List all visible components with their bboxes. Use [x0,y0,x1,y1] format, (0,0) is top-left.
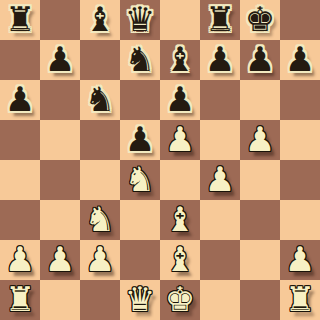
square-e1[interactable]: ♚ [160,280,200,320]
piece-black-pawn[interactable]: ♟ [245,39,275,79]
square-g8[interactable]: ♚ [240,0,280,40]
square-e3[interactable]: ♝ [160,200,200,240]
square-b2[interactable]: ♟ [40,240,80,280]
piece-black-knight[interactable]: ♞ [125,39,155,79]
piece-white-pawn[interactable]: ♟ [205,159,235,199]
square-c6[interactable]: ♞ [80,80,120,120]
piece-black-pawn[interactable]: ♟ [165,79,195,119]
square-e8[interactable] [160,0,200,40]
square-a7[interactable] [0,40,40,80]
square-h5[interactable] [280,120,320,160]
square-e6[interactable]: ♟ [160,80,200,120]
square-f5[interactable] [200,120,240,160]
square-c3[interactable]: ♞ [80,200,120,240]
piece-black-pawn[interactable]: ♟ [285,39,315,79]
piece-white-pawn[interactable]: ♟ [45,239,75,279]
square-h6[interactable] [280,80,320,120]
square-b6[interactable] [40,80,80,120]
square-e2[interactable]: ♝ [160,240,200,280]
square-g4[interactable] [240,160,280,200]
square-d2[interactable] [120,240,160,280]
chess-board: ♜♝♛♜♚♟♞♝♟♟♟♟♞♟♟♟♟♞♟♞♝♟♟♟♝♟♜♛♚♜ [0,0,320,320]
square-f1[interactable] [200,280,240,320]
piece-white-bishop[interactable]: ♝ [165,199,195,239]
square-h7[interactable]: ♟ [280,40,320,80]
square-f8[interactable]: ♜ [200,0,240,40]
square-f3[interactable] [200,200,240,240]
piece-black-knight[interactable]: ♞ [85,79,115,119]
piece-black-king[interactable]: ♚ [245,0,275,39]
square-g2[interactable] [240,240,280,280]
square-g6[interactable] [240,80,280,120]
square-g3[interactable] [240,200,280,240]
square-b1[interactable] [40,280,80,320]
square-a1[interactable]: ♜ [0,280,40,320]
square-h4[interactable] [280,160,320,200]
piece-black-rook[interactable]: ♜ [5,0,35,39]
square-c7[interactable] [80,40,120,80]
square-f7[interactable]: ♟ [200,40,240,80]
square-a6[interactable]: ♟ [0,80,40,120]
square-d3[interactable] [120,200,160,240]
square-g1[interactable] [240,280,280,320]
square-h1[interactable]: ♜ [280,280,320,320]
piece-white-pawn[interactable]: ♟ [285,239,315,279]
piece-white-knight[interactable]: ♞ [85,199,115,239]
square-e7[interactable]: ♝ [160,40,200,80]
square-d1[interactable]: ♛ [120,280,160,320]
square-h8[interactable] [280,0,320,40]
piece-white-king[interactable]: ♚ [165,279,195,319]
square-h3[interactable] [280,200,320,240]
square-d7[interactable]: ♞ [120,40,160,80]
square-c4[interactable] [80,160,120,200]
piece-white-pawn[interactable]: ♟ [5,239,35,279]
square-f6[interactable] [200,80,240,120]
square-a5[interactable] [0,120,40,160]
square-h2[interactable]: ♟ [280,240,320,280]
square-g7[interactable]: ♟ [240,40,280,80]
square-c1[interactable] [80,280,120,320]
square-c2[interactable]: ♟ [80,240,120,280]
piece-black-bishop[interactable]: ♝ [165,39,195,79]
square-b5[interactable] [40,120,80,160]
square-a4[interactable] [0,160,40,200]
square-d6[interactable] [120,80,160,120]
square-c8[interactable]: ♝ [80,0,120,40]
square-e5[interactable]: ♟ [160,120,200,160]
square-d4[interactable]: ♞ [120,160,160,200]
piece-black-pawn[interactable]: ♟ [5,79,35,119]
piece-white-rook[interactable]: ♜ [285,279,315,319]
square-b7[interactable]: ♟ [40,40,80,80]
piece-black-pawn[interactable]: ♟ [125,119,155,159]
square-d8[interactable]: ♛ [120,0,160,40]
piece-black-pawn[interactable]: ♟ [205,39,235,79]
square-g5[interactable]: ♟ [240,120,280,160]
square-b4[interactable] [40,160,80,200]
square-b3[interactable] [40,200,80,240]
piece-black-rook[interactable]: ♜ [205,0,235,39]
square-c5[interactable] [80,120,120,160]
square-b8[interactable] [40,0,80,40]
piece-white-pawn[interactable]: ♟ [245,119,275,159]
piece-white-rook[interactable]: ♜ [5,279,35,319]
piece-white-bishop[interactable]: ♝ [165,239,195,279]
piece-white-pawn[interactable]: ♟ [165,119,195,159]
piece-black-queen[interactable]: ♛ [125,0,155,39]
square-a2[interactable]: ♟ [0,240,40,280]
piece-white-knight[interactable]: ♞ [125,159,155,199]
square-f2[interactable] [200,240,240,280]
square-a8[interactable]: ♜ [0,0,40,40]
piece-white-queen[interactable]: ♛ [125,279,155,319]
piece-black-pawn[interactable]: ♟ [45,39,75,79]
square-f4[interactable]: ♟ [200,160,240,200]
piece-black-bishop[interactable]: ♝ [85,0,115,39]
square-e4[interactable] [160,160,200,200]
piece-white-pawn[interactable]: ♟ [85,239,115,279]
square-a3[interactable] [0,200,40,240]
square-d5[interactable]: ♟ [120,120,160,160]
